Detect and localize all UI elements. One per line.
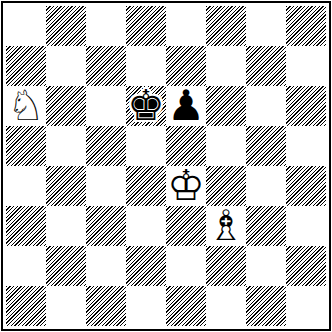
square-e7[interactable] (166, 46, 206, 86)
square-g7[interactable] (246, 46, 286, 86)
square-d2[interactable] (126, 246, 166, 286)
square-b8[interactable] (46, 6, 86, 46)
square-f6[interactable] (206, 86, 246, 126)
square-d5[interactable] (126, 126, 166, 166)
square-h8[interactable] (286, 6, 326, 46)
square-f7[interactable] (206, 46, 246, 86)
square-e4[interactable]: ♔ (166, 166, 206, 206)
square-g1[interactable] (246, 286, 286, 326)
square-b6[interactable] (46, 86, 86, 126)
square-c1[interactable] (86, 286, 126, 326)
square-g6[interactable] (246, 86, 286, 126)
chessboard: ♘♚♟♔♗ (6, 6, 326, 326)
square-c5[interactable] (86, 126, 126, 166)
square-e5[interactable] (166, 126, 206, 166)
square-h4[interactable] (286, 166, 326, 206)
square-c6[interactable] (86, 86, 126, 126)
square-e6[interactable]: ♟ (166, 86, 206, 126)
white-king-piece[interactable]: ♔ (167, 166, 205, 206)
square-b4[interactable] (46, 166, 86, 206)
square-b5[interactable] (46, 126, 86, 166)
white-knight-piece[interactable]: ♘ (7, 86, 45, 126)
square-c8[interactable] (86, 6, 126, 46)
square-a3[interactable] (6, 206, 46, 246)
black-pawn-piece[interactable]: ♟ (167, 86, 205, 126)
square-d7[interactable] (126, 46, 166, 86)
square-h2[interactable] (286, 246, 326, 286)
square-h1[interactable] (286, 286, 326, 326)
square-h6[interactable] (286, 86, 326, 126)
square-d1[interactable] (126, 286, 166, 326)
square-d8[interactable] (126, 6, 166, 46)
square-f1[interactable] (206, 286, 246, 326)
square-b1[interactable] (46, 286, 86, 326)
square-g8[interactable] (246, 6, 286, 46)
square-g3[interactable] (246, 206, 286, 246)
square-e2[interactable] (166, 246, 206, 286)
square-a2[interactable] (6, 246, 46, 286)
square-a7[interactable] (6, 46, 46, 86)
square-e8[interactable] (166, 6, 206, 46)
square-d4[interactable] (126, 166, 166, 206)
square-f4[interactable] (206, 166, 246, 206)
square-d3[interactable] (126, 206, 166, 246)
square-e1[interactable] (166, 286, 206, 326)
black-king-piece[interactable]: ♚ (127, 86, 165, 126)
square-a1[interactable] (6, 286, 46, 326)
square-f5[interactable] (206, 126, 246, 166)
square-e3[interactable] (166, 206, 206, 246)
chess-diagram: ♘♚♟♔♗ (0, 0, 332, 332)
square-c2[interactable] (86, 246, 126, 286)
square-a5[interactable] (6, 126, 46, 166)
square-b2[interactable] (46, 246, 86, 286)
square-a4[interactable] (6, 166, 46, 206)
square-c4[interactable] (86, 166, 126, 206)
square-a6[interactable]: ♘ (6, 86, 46, 126)
square-h7[interactable] (286, 46, 326, 86)
square-b3[interactable] (46, 206, 86, 246)
square-c3[interactable] (86, 206, 126, 246)
square-g2[interactable] (246, 246, 286, 286)
square-a8[interactable] (6, 6, 46, 46)
square-f2[interactable] (206, 246, 246, 286)
square-b7[interactable] (46, 46, 86, 86)
square-h5[interactable] (286, 126, 326, 166)
square-f8[interactable] (206, 6, 246, 46)
white-bishop-piece[interactable]: ♗ (207, 206, 245, 246)
square-f3[interactable]: ♗ (206, 206, 246, 246)
square-h3[interactable] (286, 206, 326, 246)
square-c7[interactable] (86, 46, 126, 86)
square-d6[interactable]: ♚ (126, 86, 166, 126)
square-g4[interactable] (246, 166, 286, 206)
square-g5[interactable] (246, 126, 286, 166)
